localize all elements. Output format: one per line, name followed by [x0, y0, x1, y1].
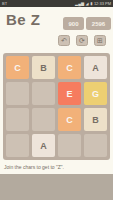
- battery-icon: ▮: [90, 1, 92, 6]
- tile-G: G: [84, 82, 107, 105]
- best-score-badge: 2596: [86, 17, 111, 30]
- tile-A: A: [84, 56, 107, 79]
- empty-cell: [32, 82, 55, 105]
- menu-button[interactable]: ⊞: [94, 35, 106, 46]
- wifi-icon: ◢: [86, 1, 89, 6]
- page-title: Be Z: [6, 11, 41, 28]
- game-board[interactable]: CBCAEGCBA: [3, 53, 110, 160]
- empty-cell: [58, 134, 81, 157]
- empty-cell: [6, 108, 29, 131]
- status-left-text: BT: [2, 1, 7, 6]
- best-score-value: 2596: [92, 21, 105, 27]
- ad-banner[interactable]: [0, 174, 113, 200]
- tile-B: B: [84, 108, 107, 131]
- tile-C: C: [58, 56, 81, 79]
- tile-B: B: [32, 56, 55, 79]
- tile-A: A: [32, 134, 55, 157]
- empty-cell: [6, 82, 29, 105]
- status-icons: ▂▄▆ ◢ ▮ 12:33 PM: [75, 1, 111, 6]
- status-bar: BT ▂▄▆ ◢ ▮ 12:33 PM: [0, 0, 113, 7]
- empty-cell: [6, 134, 29, 157]
- undo-icon: ↶: [61, 37, 67, 44]
- empty-cell: [32, 108, 55, 131]
- undo-button[interactable]: ↶: [58, 35, 70, 46]
- menu-icon: ⊞: [97, 37, 103, 44]
- score-value: 900: [68, 21, 78, 27]
- tile-C: C: [58, 108, 81, 131]
- status-time: 12:33 PM: [94, 1, 111, 6]
- restart-button[interactable]: ⟳: [76, 35, 88, 46]
- tile-C: C: [6, 56, 29, 79]
- score-badge: 900: [63, 17, 84, 30]
- signal-icon: ▂▄▆: [75, 1, 84, 6]
- instruction-text: Join the chars to get to "Z".: [4, 164, 64, 170]
- restart-icon: ⟳: [79, 37, 85, 44]
- app-screen: BT ▂▄▆ ◢ ▮ 12:33 PM Be Z 900 2596 ↶ ⟳ ⊞ …: [0, 0, 113, 200]
- tile-E: E: [58, 82, 81, 105]
- empty-cell: [84, 134, 107, 157]
